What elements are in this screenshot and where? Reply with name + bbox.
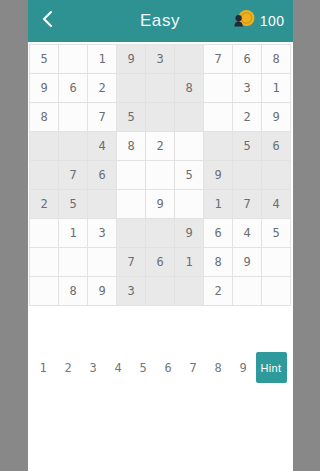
cell-r1c6[interactable] [175, 45, 203, 73]
cell-r7c9[interactable]: 5 [262, 219, 290, 247]
cell-r6c3[interactable] [88, 190, 116, 218]
cell-r5c9[interactable] [262, 161, 290, 189]
coin-count: 100 [260, 13, 285, 29]
cell-r2c6[interactable]: 8 [175, 74, 203, 102]
cell-r5c6[interactable]: 5 [175, 161, 203, 189]
app-screen: Easy 100 5193768962831875294825676592591… [28, 0, 293, 471]
cell-r4c5[interactable]: 2 [146, 132, 174, 160]
cell-r8c5[interactable]: 6 [146, 248, 174, 276]
cell-r8c4[interactable]: 7 [117, 248, 145, 276]
cell-r4c3[interactable]: 4 [88, 132, 116, 160]
key-1[interactable]: 1 [31, 352, 56, 383]
cell-r5c1[interactable] [30, 161, 58, 189]
cell-r7c5[interactable] [146, 219, 174, 247]
key-7[interactable]: 7 [181, 352, 206, 383]
cell-r9c2[interactable]: 8 [59, 277, 87, 305]
cell-r3c9[interactable]: 9 [262, 103, 290, 131]
cell-r7c3[interactable]: 3 [88, 219, 116, 247]
cell-r3c7[interactable] [204, 103, 232, 131]
cell-r4c8[interactable]: 5 [233, 132, 261, 160]
cell-r5c3[interactable]: 6 [88, 161, 116, 189]
cell-r6c1[interactable]: 2 [30, 190, 58, 218]
cell-r1c3[interactable]: 1 [88, 45, 116, 73]
cell-r7c4[interactable] [117, 219, 145, 247]
cell-r6c5[interactable]: 9 [146, 190, 174, 218]
cell-r7c2[interactable]: 1 [59, 219, 87, 247]
cell-r2c5[interactable] [146, 74, 174, 102]
cell-r6c9[interactable]: 4 [262, 190, 290, 218]
key-4[interactable]: 4 [106, 352, 131, 383]
header-bar: Easy 100 [28, 0, 293, 42]
cell-r1c8[interactable]: 6 [233, 45, 261, 73]
cell-r4c4[interactable]: 8 [117, 132, 145, 160]
coin-score: 100 [234, 0, 285, 42]
cell-r9c4[interactable]: 3 [117, 277, 145, 305]
cell-r9c5[interactable] [146, 277, 174, 305]
cell-r6c7[interactable]: 1 [204, 190, 232, 218]
digit-keys: 123456789 [31, 352, 256, 383]
cell-r3c1[interactable]: 8 [30, 103, 58, 131]
cell-r1c2[interactable] [59, 45, 87, 73]
cell-r8c8[interactable]: 9 [233, 248, 261, 276]
cell-r8c2[interactable] [59, 248, 87, 276]
cell-r2c8[interactable]: 3 [233, 74, 261, 102]
cell-r7c1[interactable] [30, 219, 58, 247]
cell-r7c8[interactable]: 4 [233, 219, 261, 247]
cell-r8c3[interactable] [88, 248, 116, 276]
cell-r9c6[interactable] [175, 277, 203, 305]
key-8[interactable]: 8 [206, 352, 231, 383]
cell-r1c1[interactable]: 5 [30, 45, 58, 73]
cell-r6c6[interactable] [175, 190, 203, 218]
cell-r7c7[interactable]: 6 [204, 219, 232, 247]
cell-r4c2[interactable] [59, 132, 87, 160]
cell-r5c8[interactable] [233, 161, 261, 189]
key-5[interactable]: 5 [131, 352, 156, 383]
cell-r1c4[interactable]: 9 [117, 45, 145, 73]
cell-r3c8[interactable]: 2 [233, 103, 261, 131]
cell-r2c1[interactable]: 9 [30, 74, 58, 102]
cell-r4c6[interactable] [175, 132, 203, 160]
cell-r5c2[interactable]: 7 [59, 161, 87, 189]
cell-r7c6[interactable]: 9 [175, 219, 203, 247]
cell-r3c4[interactable]: 5 [117, 103, 145, 131]
cell-r4c7[interactable] [204, 132, 232, 160]
cell-r5c5[interactable] [146, 161, 174, 189]
cell-r5c7[interactable]: 9 [204, 161, 232, 189]
cell-r1c5[interactable]: 3 [146, 45, 174, 73]
cell-r9c7[interactable]: 2 [204, 277, 232, 305]
hint-button[interactable]: Hint [256, 352, 287, 383]
cell-r2c9[interactable]: 1 [262, 74, 290, 102]
cell-r8c9[interactable] [262, 248, 290, 276]
cell-r8c6[interactable]: 1 [175, 248, 203, 276]
cell-r8c7[interactable]: 8 [204, 248, 232, 276]
key-9[interactable]: 9 [231, 352, 256, 383]
cell-r4c9[interactable]: 6 [262, 132, 290, 160]
cell-r6c4[interactable] [117, 190, 145, 218]
cell-r9c8[interactable] [233, 277, 261, 305]
cell-r5c4[interactable] [117, 161, 145, 189]
coin-avatar-icon [234, 9, 255, 33]
key-6[interactable]: 6 [156, 352, 181, 383]
cell-r9c3[interactable]: 9 [88, 277, 116, 305]
cell-r8c1[interactable] [30, 248, 58, 276]
cell-r9c9[interactable] [262, 277, 290, 305]
number-keypad: 123456789 Hint [28, 352, 293, 383]
cell-r3c2[interactable] [59, 103, 87, 131]
cell-r2c4[interactable] [117, 74, 145, 102]
cell-r2c7[interactable] [204, 74, 232, 102]
cell-r2c2[interactable]: 6 [59, 74, 87, 102]
cell-r3c5[interactable] [146, 103, 174, 131]
cell-r1c9[interactable]: 8 [262, 45, 290, 73]
cell-r9c1[interactable] [30, 277, 58, 305]
key-3[interactable]: 3 [81, 352, 106, 383]
cell-r3c6[interactable] [175, 103, 203, 131]
cell-r2c3[interactable]: 2 [88, 74, 116, 102]
cell-r4c1[interactable] [30, 132, 58, 160]
cell-r1c7[interactable]: 7 [204, 45, 232, 73]
sudoku-board: 5193768962831875294825676592591741396457… [29, 44, 291, 306]
cell-r3c3[interactable]: 7 [88, 103, 116, 131]
cell-r6c8[interactable]: 7 [233, 190, 261, 218]
cell-r6c2[interactable]: 5 [59, 190, 87, 218]
key-2[interactable]: 2 [56, 352, 81, 383]
